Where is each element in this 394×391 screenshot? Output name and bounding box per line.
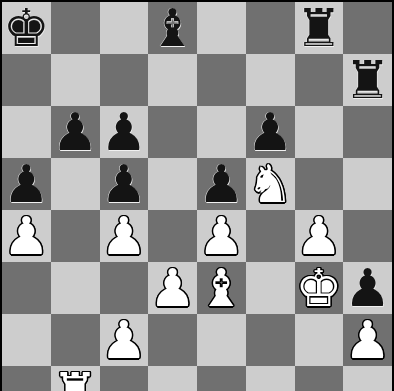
piece-black-rook[interactable]: ♜ (295, 2, 344, 54)
square-d7[interactable] (148, 54, 197, 106)
square-a5[interactable]: ♟ (2, 158, 51, 210)
square-a8[interactable]: ♚ (2, 2, 51, 54)
piece-white-pawn[interactable]: ♟ (100, 314, 149, 366)
square-d1[interactable] (148, 366, 197, 391)
piece-black-pawn[interactable]: ♟ (246, 106, 295, 158)
square-d3[interactable]: ♟ (148, 262, 197, 314)
piece-black-pawn[interactable]: ♟ (2, 158, 51, 210)
piece-white-pawn[interactable]: ♟ (2, 210, 51, 262)
square-f8[interactable] (246, 2, 295, 54)
square-f7[interactable] (246, 54, 295, 106)
piece-black-pawn[interactable]: ♟ (100, 158, 149, 210)
square-a6[interactable] (2, 106, 51, 158)
square-a4[interactable]: ♟ (2, 210, 51, 262)
square-c7[interactable] (100, 54, 149, 106)
square-e4[interactable]: ♟ (197, 210, 246, 262)
square-c5[interactable]: ♟ (100, 158, 149, 210)
square-h4[interactable] (343, 210, 392, 262)
square-b1[interactable]: ♜ (51, 366, 100, 391)
square-b6[interactable]: ♟ (51, 106, 100, 158)
piece-black-bishop[interactable]: ♝ (148, 2, 197, 54)
square-d4[interactable] (148, 210, 197, 262)
piece-black-pawn[interactable]: ♟ (100, 106, 149, 158)
chess-diagram: ♚♝♜♜♟♟♟♟♟♟♞♟♟♟♟♟♝♚♟♟♟♜ (0, 0, 394, 391)
square-b4[interactable] (51, 210, 100, 262)
piece-white-bishop[interactable]: ♝ (197, 262, 246, 314)
piece-white-pawn[interactable]: ♟ (343, 314, 392, 366)
square-b3[interactable] (51, 262, 100, 314)
square-f2[interactable] (246, 314, 295, 366)
piece-black-pawn[interactable]: ♟ (51, 106, 100, 158)
square-a3[interactable] (2, 262, 51, 314)
square-e2[interactable] (197, 314, 246, 366)
square-d8[interactable]: ♝ (148, 2, 197, 54)
square-b7[interactable] (51, 54, 100, 106)
square-e1[interactable] (197, 366, 246, 391)
square-f6[interactable]: ♟ (246, 106, 295, 158)
square-f4[interactable] (246, 210, 295, 262)
square-g5[interactable] (295, 158, 344, 210)
square-c4[interactable]: ♟ (100, 210, 149, 262)
square-h3[interactable]: ♟ (343, 262, 392, 314)
piece-white-knight[interactable]: ♞ (246, 158, 295, 210)
square-a1[interactable] (2, 366, 51, 391)
square-h1[interactable] (343, 366, 392, 391)
square-h6[interactable] (343, 106, 392, 158)
piece-white-rook[interactable]: ♜ (51, 366, 100, 391)
square-g3[interactable]: ♚ (295, 262, 344, 314)
piece-black-pawn[interactable]: ♟ (343, 262, 392, 314)
square-h8[interactable] (343, 2, 392, 54)
piece-white-pawn[interactable]: ♟ (197, 210, 246, 262)
piece-white-king[interactable]: ♚ (295, 262, 344, 314)
square-h5[interactable] (343, 158, 392, 210)
piece-white-pawn[interactable]: ♟ (295, 210, 344, 262)
square-h7[interactable]: ♜ (343, 54, 392, 106)
piece-white-pawn[interactable]: ♟ (100, 210, 149, 262)
square-d5[interactable] (148, 158, 197, 210)
square-f1[interactable] (246, 366, 295, 391)
square-b5[interactable] (51, 158, 100, 210)
square-g7[interactable] (295, 54, 344, 106)
piece-black-rook[interactable]: ♜ (343, 54, 392, 106)
square-g4[interactable]: ♟ (295, 210, 344, 262)
square-e6[interactable] (197, 106, 246, 158)
square-g6[interactable] (295, 106, 344, 158)
square-a7[interactable] (2, 54, 51, 106)
square-g8[interactable]: ♜ (295, 2, 344, 54)
chessboard: ♚♝♜♜♟♟♟♟♟♟♞♟♟♟♟♟♝♚♟♟♟♜ (0, 0, 394, 391)
square-c6[interactable]: ♟ (100, 106, 149, 158)
square-g1[interactable] (295, 366, 344, 391)
square-g2[interactable] (295, 314, 344, 366)
piece-black-pawn[interactable]: ♟ (197, 158, 246, 210)
square-b8[interactable] (51, 2, 100, 54)
square-c1[interactable] (100, 366, 149, 391)
square-c3[interactable] (100, 262, 149, 314)
square-e3[interactable]: ♝ (197, 262, 246, 314)
square-e7[interactable] (197, 54, 246, 106)
square-d2[interactable] (148, 314, 197, 366)
square-a2[interactable] (2, 314, 51, 366)
square-b2[interactable] (51, 314, 100, 366)
square-c8[interactable] (100, 2, 149, 54)
square-e5[interactable]: ♟ (197, 158, 246, 210)
square-c2[interactable]: ♟ (100, 314, 149, 366)
square-f5[interactable]: ♞ (246, 158, 295, 210)
piece-black-king[interactable]: ♚ (2, 2, 51, 54)
piece-white-pawn[interactable]: ♟ (148, 262, 197, 314)
square-d6[interactable] (148, 106, 197, 158)
square-f3[interactable] (246, 262, 295, 314)
square-e8[interactable] (197, 2, 246, 54)
square-h2[interactable]: ♟ (343, 314, 392, 366)
